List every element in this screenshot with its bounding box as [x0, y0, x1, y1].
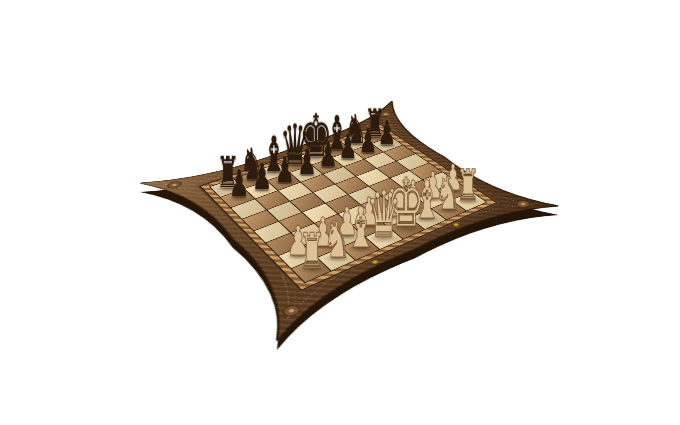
chess-board: [140, 101, 559, 341]
product-photo-canvas: Product photo of a handcrafted carved wa…: [0, 0, 680, 425]
